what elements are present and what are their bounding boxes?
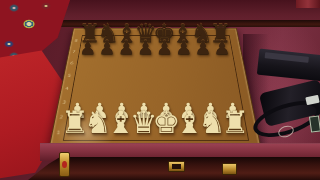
white-rook-h1[interactable]: ♜: [221, 107, 249, 138]
right-latch[interactable]: [222, 163, 237, 175]
sticker-label-2: [309, 115, 320, 132]
black-pawn-e7[interactable]: ♟: [156, 38, 173, 57]
black-pawn-c7[interactable]: ♟: [118, 38, 135, 57]
black-pawn-g7[interactable]: ♟: [194, 38, 211, 57]
center-latch[interactable]: [168, 161, 185, 172]
black-pawn-f7[interactable]: ♟: [175, 38, 192, 57]
black-pawn-d7[interactable]: ♟: [137, 38, 154, 57]
chess-set-photo: abcdefgh12345678 ♜♞♝♛♚♝♞♜♟♟♟♟♟♟♟♟♟♟♟♟♟♟♟…: [0, 0, 320, 180]
black-pawn-b7[interactable]: ♟: [99, 38, 116, 57]
black-pawn-a7[interactable]: ♟: [79, 38, 96, 57]
black-pawn-h7[interactable]: ♟: [214, 38, 231, 57]
ornate-clasp[interactable]: [59, 152, 70, 177]
